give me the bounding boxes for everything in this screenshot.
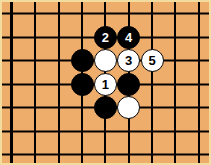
go-stone-black bbox=[71, 73, 94, 96]
go-stone-white: 1 bbox=[94, 73, 117, 96]
go-stone-grid: 24351 bbox=[0, 2, 210, 165]
go-stone-black bbox=[94, 96, 117, 119]
go-stone-white bbox=[117, 96, 140, 119]
stone-move-number: 5 bbox=[148, 54, 155, 67]
go-stone-white: 5 bbox=[141, 49, 164, 72]
stone-move-number: 1 bbox=[102, 78, 109, 91]
go-stone-black: 2 bbox=[94, 26, 117, 49]
stone-move-number: 4 bbox=[125, 31, 132, 44]
go-stone-white: 3 bbox=[117, 49, 140, 72]
stone-move-number: 3 bbox=[125, 54, 132, 67]
stone-move-number: 2 bbox=[102, 31, 109, 44]
go-board: 24351 bbox=[0, 0, 211, 165]
go-stone-black bbox=[117, 73, 140, 96]
go-stone-white bbox=[94, 49, 117, 72]
go-stone-black: 4 bbox=[117, 26, 140, 49]
go-stone-black bbox=[71, 49, 94, 72]
